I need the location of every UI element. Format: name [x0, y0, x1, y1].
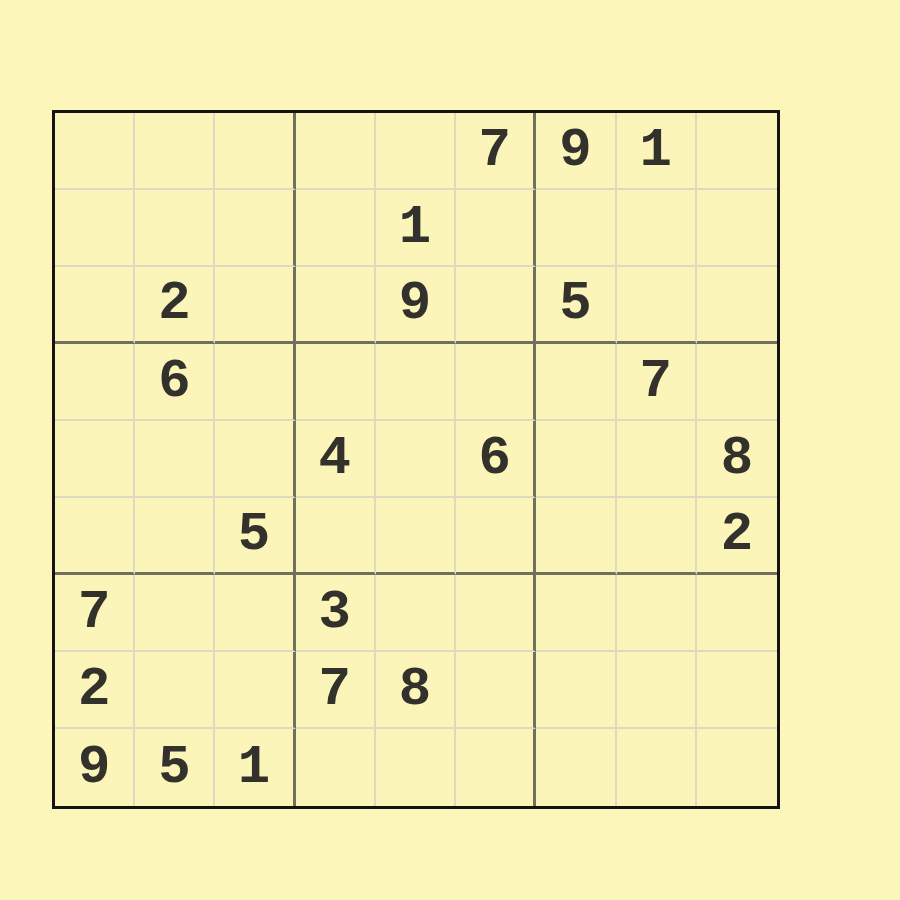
cell-r6c6[interactable] [456, 498, 536, 575]
cell-r7c3[interactable] [215, 575, 295, 652]
cell-r1c8[interactable]: 1 [617, 113, 697, 190]
cell-r4c4[interactable] [296, 344, 376, 421]
cell-r4c3[interactable] [215, 344, 295, 421]
cell-r2c4[interactable] [296, 190, 376, 267]
given-digit: 1 [238, 741, 270, 795]
cell-r3c2[interactable]: 2 [135, 267, 215, 344]
cell-r7c7[interactable] [536, 575, 616, 652]
cell-r9c5[interactable] [376, 729, 456, 806]
given-digit: 7 [639, 355, 671, 409]
given-digit: 8 [399, 663, 431, 717]
cell-r9c6[interactable] [456, 729, 536, 806]
given-digit: 4 [319, 432, 351, 486]
cell-r3c6[interactable] [456, 267, 536, 344]
given-digit: 3 [319, 586, 351, 640]
cell-r6c3[interactable]: 5 [215, 498, 295, 575]
cell-r8c9[interactable] [697, 652, 777, 729]
cell-r1c1[interactable] [55, 113, 135, 190]
given-digit: 6 [158, 355, 190, 409]
given-digit: 2 [158, 277, 190, 331]
cell-r7c6[interactable] [456, 575, 536, 652]
cell-r8c6[interactable] [456, 652, 536, 729]
given-digit: 2 [721, 508, 753, 562]
cell-r2c8[interactable] [617, 190, 697, 267]
sudoku-board: 7911295674685273278951 [52, 110, 780, 809]
cell-r7c4[interactable]: 3 [296, 575, 376, 652]
cell-r3c4[interactable] [296, 267, 376, 344]
cell-r8c8[interactable] [617, 652, 697, 729]
cell-r5c8[interactable] [617, 421, 697, 498]
cell-r7c5[interactable] [376, 575, 456, 652]
cell-r2c2[interactable] [135, 190, 215, 267]
cell-r8c4[interactable]: 7 [296, 652, 376, 729]
cell-r5c4[interactable]: 4 [296, 421, 376, 498]
cell-r2c6[interactable] [456, 190, 536, 267]
cell-r9c9[interactable] [697, 729, 777, 806]
given-digit: 6 [479, 432, 511, 486]
cell-r6c9[interactable]: 2 [697, 498, 777, 575]
given-digit: 1 [399, 201, 431, 255]
cell-r3c7[interactable]: 5 [536, 267, 616, 344]
cell-r8c3[interactable] [215, 652, 295, 729]
cell-r2c5[interactable]: 1 [376, 190, 456, 267]
cell-r8c2[interactable] [135, 652, 215, 729]
cell-r1c4[interactable] [296, 113, 376, 190]
given-digit: 5 [559, 277, 591, 331]
cell-r6c8[interactable] [617, 498, 697, 575]
cell-r1c3[interactable] [215, 113, 295, 190]
cell-r6c1[interactable] [55, 498, 135, 575]
given-digit: 7 [479, 124, 511, 178]
cell-r5c7[interactable] [536, 421, 616, 498]
given-digit: 1 [639, 124, 671, 178]
cell-r4c8[interactable]: 7 [617, 344, 697, 421]
cell-r6c4[interactable] [296, 498, 376, 575]
cell-r5c3[interactable] [215, 421, 295, 498]
cell-r5c1[interactable] [55, 421, 135, 498]
cell-r9c3[interactable]: 1 [215, 729, 295, 806]
given-digit: 9 [399, 277, 431, 331]
cell-r5c5[interactable] [376, 421, 456, 498]
cell-r3c3[interactable] [215, 267, 295, 344]
cell-r6c5[interactable] [376, 498, 456, 575]
cell-r5c2[interactable] [135, 421, 215, 498]
cell-r8c5[interactable]: 8 [376, 652, 456, 729]
cell-r6c7[interactable] [536, 498, 616, 575]
cell-r7c2[interactable] [135, 575, 215, 652]
cell-r1c2[interactable] [135, 113, 215, 190]
cell-r1c9[interactable] [697, 113, 777, 190]
given-digit: 7 [78, 586, 110, 640]
cell-r4c7[interactable] [536, 344, 616, 421]
cell-r9c4[interactable] [296, 729, 376, 806]
cell-r4c2[interactable]: 6 [135, 344, 215, 421]
cell-r4c1[interactable] [55, 344, 135, 421]
cell-r7c1[interactable]: 7 [55, 575, 135, 652]
cell-r7c8[interactable] [617, 575, 697, 652]
cell-r1c7[interactable]: 9 [536, 113, 616, 190]
given-digit: 9 [78, 741, 110, 795]
cell-r3c5[interactable]: 9 [376, 267, 456, 344]
cell-r2c9[interactable] [697, 190, 777, 267]
cell-r6c2[interactable] [135, 498, 215, 575]
cell-r9c7[interactable] [536, 729, 616, 806]
cell-r4c9[interactable] [697, 344, 777, 421]
cell-r2c7[interactable] [536, 190, 616, 267]
cell-r4c5[interactable] [376, 344, 456, 421]
cell-r9c2[interactable]: 5 [135, 729, 215, 806]
given-digit: 8 [721, 432, 753, 486]
given-digit: 5 [238, 508, 270, 562]
cell-r9c1[interactable]: 9 [55, 729, 135, 806]
cell-r9c8[interactable] [617, 729, 697, 806]
cell-r2c1[interactable] [55, 190, 135, 267]
given-digit: 9 [559, 124, 591, 178]
given-digit: 5 [158, 741, 190, 795]
cell-r8c1[interactable]: 2 [55, 652, 135, 729]
cell-r1c6[interactable]: 7 [456, 113, 536, 190]
cell-r7c9[interactable] [697, 575, 777, 652]
cell-r3c1[interactable] [55, 267, 135, 344]
cell-r3c8[interactable] [617, 267, 697, 344]
cell-r1c5[interactable] [376, 113, 456, 190]
cell-r3c9[interactable] [697, 267, 777, 344]
given-digit: 2 [78, 663, 110, 717]
cell-r8c7[interactable] [536, 652, 616, 729]
cell-r5c9[interactable]: 8 [697, 421, 777, 498]
given-digit: 7 [319, 663, 351, 717]
cell-r4c6[interactable] [456, 344, 536, 421]
cell-r2c3[interactable] [215, 190, 295, 267]
cell-r5c6[interactable]: 6 [456, 421, 536, 498]
